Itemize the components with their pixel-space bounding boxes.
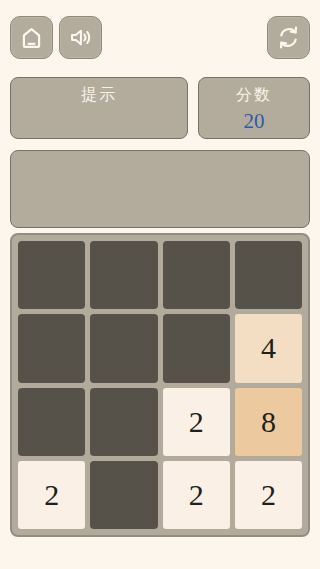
empty-cell <box>163 241 230 309</box>
empty-cell <box>90 241 157 309</box>
empty-cell <box>235 241 302 309</box>
empty-cell <box>90 314 157 382</box>
restart-button[interactable] <box>267 16 310 59</box>
message-panel <box>10 150 310 228</box>
score-value: 20 <box>244 109 265 134</box>
empty-cell <box>90 388 157 456</box>
tile-2: 2 <box>18 461 85 529</box>
toolbar <box>0 0 320 59</box>
score-panel: 分数 20 <box>198 77 310 139</box>
tile-4: 4 <box>235 314 302 382</box>
app-window: 提示 分数 20 428222 <box>0 0 320 569</box>
hint-button[interactable]: 提示 <box>10 77 188 139</box>
game-board[interactable]: 428222 <box>10 233 310 537</box>
tile-2: 2 <box>163 461 230 529</box>
sound-on-icon <box>67 24 94 51</box>
tile-2: 2 <box>235 461 302 529</box>
home-button[interactable] <box>10 16 53 59</box>
empty-cell <box>18 388 85 456</box>
score-label: 分数 <box>236 85 272 106</box>
sound-button[interactable] <box>59 16 102 59</box>
tile-8: 8 <box>235 388 302 456</box>
empty-cell <box>163 314 230 382</box>
restart-icon <box>275 24 302 51</box>
info-row: 提示 分数 20 <box>0 59 320 139</box>
tile-2: 2 <box>163 388 230 456</box>
empty-cell <box>90 461 157 529</box>
home-icon <box>18 24 45 51</box>
empty-cell <box>18 314 85 382</box>
empty-cell <box>18 241 85 309</box>
hint-label: 提示 <box>81 86 117 103</box>
